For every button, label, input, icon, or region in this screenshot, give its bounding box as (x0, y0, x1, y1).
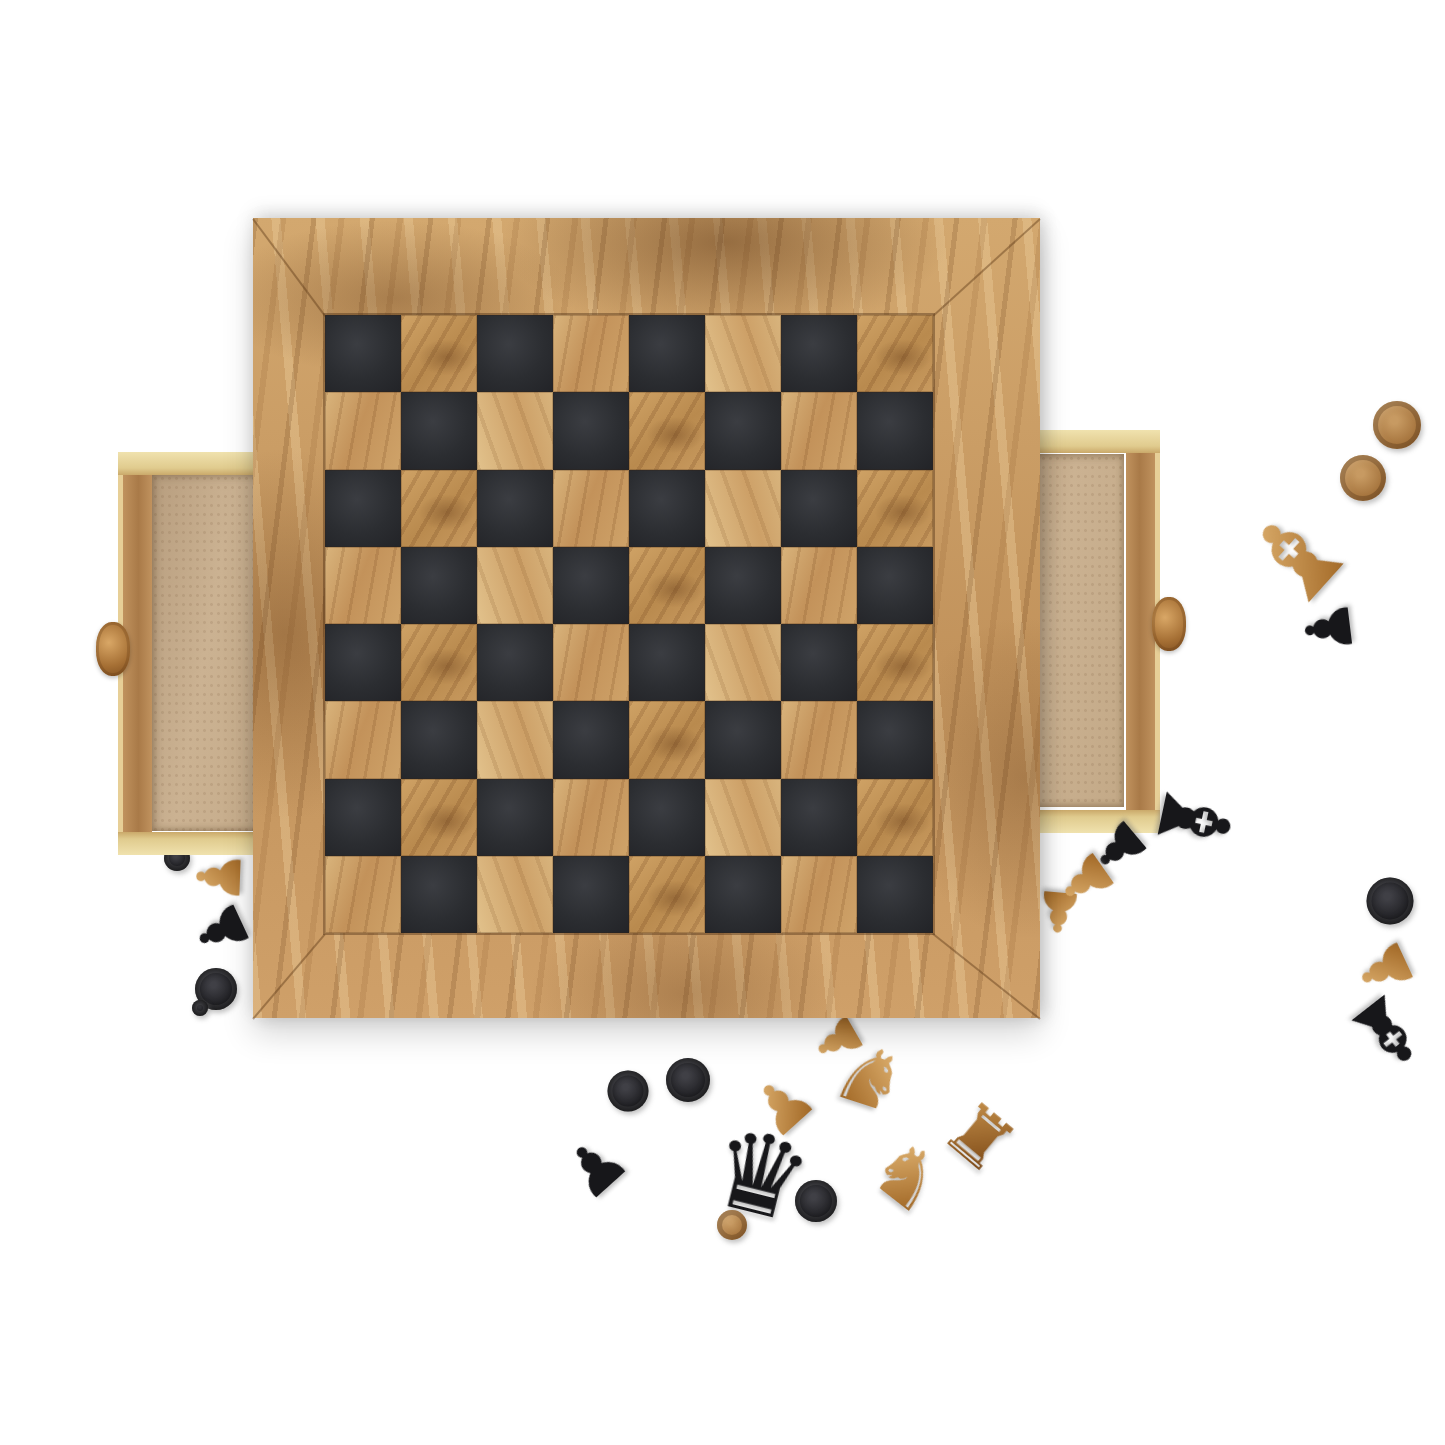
black-bishop-lying-drawer: ♝ (1139, 768, 1250, 871)
square-f2 (705, 779, 781, 856)
black-pawn-stem-left (192, 1000, 208, 1016)
square-h6 (857, 470, 933, 547)
square-g7 (781, 392, 857, 469)
square-h5 (857, 547, 933, 624)
black-bishop-lying-far-right: ♝ (1328, 972, 1445, 1093)
frame-miter-bottom-left (252, 934, 325, 1020)
square-f1 (705, 856, 781, 933)
square-h1 (857, 856, 933, 933)
square-c2 (477, 779, 553, 856)
square-h8 (857, 315, 933, 392)
square-f8 (705, 315, 781, 392)
square-h2 (857, 779, 933, 856)
square-e4 (629, 624, 705, 701)
square-e6 (629, 470, 705, 547)
square-g3 (781, 701, 857, 778)
square-d7 (553, 392, 629, 469)
square-f4 (705, 624, 781, 701)
square-d3 (553, 701, 629, 778)
square-a6 (325, 470, 401, 547)
square-h3 (857, 701, 933, 778)
square-c7 (477, 392, 553, 469)
square-g5 (781, 547, 857, 624)
square-d1 (553, 856, 629, 933)
square-b2 (401, 779, 477, 856)
square-b8 (401, 315, 477, 392)
square-d8 (553, 315, 629, 392)
square-g6 (781, 470, 857, 547)
square-b6 (401, 470, 477, 547)
square-b7 (401, 392, 477, 469)
square-g8 (781, 315, 857, 392)
black-pawn-topview-center-1 (608, 1071, 649, 1112)
square-f3 (705, 701, 781, 778)
wood-pawn-topview-1 (1373, 401, 1421, 449)
frame-miter-bottom-right (932, 933, 1040, 1020)
chess-board (253, 218, 1040, 1018)
square-a3 (325, 701, 401, 778)
photo-canvas: ♝♟♟♝♟♟♟♝♟♛♟♞♟♞♜♟♟ (0, 0, 1445, 1445)
square-c3 (477, 701, 553, 778)
square-e1 (629, 856, 705, 933)
checkerboard (325, 315, 933, 933)
right-drawer-knob (1152, 597, 1186, 651)
black-pawn-topview-center-2 (666, 1058, 710, 1102)
square-e7 (629, 392, 705, 469)
square-c1 (477, 856, 553, 933)
square-h4 (857, 624, 933, 701)
square-a1 (325, 856, 401, 933)
frame-miter-top-left (252, 218, 326, 316)
square-e8 (629, 315, 705, 392)
square-d4 (553, 624, 629, 701)
square-e3 (629, 701, 705, 778)
square-f6 (705, 470, 781, 547)
square-b1 (401, 856, 477, 933)
wood-pawn-head-small (717, 1210, 747, 1240)
square-a2 (325, 779, 401, 856)
square-e2 (629, 779, 705, 856)
square-b5 (401, 547, 477, 624)
square-b3 (401, 701, 477, 778)
square-d6 (553, 470, 629, 547)
square-f7 (705, 392, 781, 469)
square-g2 (781, 779, 857, 856)
square-c4 (477, 624, 553, 701)
black-pawn-lying-right: ♟ (1295, 597, 1363, 660)
square-c5 (477, 547, 553, 624)
square-a5 (325, 547, 401, 624)
black-pawn-lying-center: ♟ (552, 1124, 640, 1213)
square-e5 (629, 547, 705, 624)
square-a7 (325, 392, 401, 469)
black-pawn-topview-center-3 (795, 1180, 837, 1222)
square-a4 (325, 624, 401, 701)
square-g1 (781, 856, 857, 933)
square-c6 (477, 470, 553, 547)
square-b4 (401, 624, 477, 701)
square-f5 (705, 547, 781, 624)
wood-pawn-topview-2 (1340, 455, 1386, 501)
black-pawn-topview-right (1367, 878, 1414, 925)
frame-miter-top-right (933, 218, 1041, 316)
square-c8 (477, 315, 553, 392)
square-d2 (553, 779, 629, 856)
square-a8 (325, 315, 401, 392)
square-d5 (553, 547, 629, 624)
square-h7 (857, 392, 933, 469)
square-g4 (781, 624, 857, 701)
left-drawer-knob (96, 622, 130, 676)
